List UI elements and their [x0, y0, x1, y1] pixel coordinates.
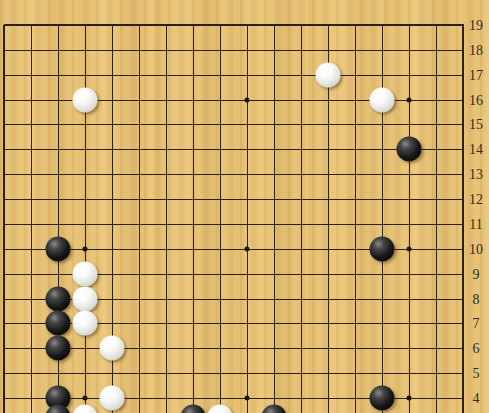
row-label-10: 10: [469, 242, 483, 258]
row-label-4: 4: [473, 391, 480, 407]
grid-line-horizontal: [4, 75, 464, 76]
white-stone-N17[interactable]: [316, 62, 341, 87]
white-stone-D3[interactable]: [73, 405, 98, 413]
row-label-5: 5: [473, 366, 480, 382]
grid-line-horizontal: [4, 50, 464, 51]
grid-line-vertical: [301, 25, 302, 413]
black-stone-P4[interactable]: [370, 386, 395, 411]
row-label-8: 8: [473, 292, 480, 308]
grid-line-horizontal: [4, 149, 464, 150]
grid-line-vertical: [274, 25, 275, 413]
row-label-11: 11: [469, 217, 482, 233]
grid-line-horizontal: [4, 224, 464, 225]
grid-line-vertical: [462, 25, 464, 413]
grid-line-horizontal: [4, 124, 464, 125]
black-stone-L3[interactable]: [262, 405, 287, 413]
hoshi-point-Q16: [407, 97, 412, 102]
white-stone-D7[interactable]: [73, 311, 98, 336]
hoshi-point-D10: [83, 246, 88, 251]
grid-line-vertical: [193, 25, 194, 413]
hoshi-point-Q4: [407, 396, 412, 401]
row-label-9: 9: [473, 267, 480, 283]
black-stone-C8[interactable]: [46, 286, 71, 311]
row-label-16: 16: [469, 93, 483, 109]
black-stone-C10[interactable]: [46, 236, 71, 261]
hoshi-point-K4: [245, 396, 250, 401]
white-stone-D8[interactable]: [73, 286, 98, 311]
grid-line-vertical: [31, 25, 32, 413]
grid-line-horizontal: [4, 398, 464, 399]
black-stone-Q14[interactable]: [397, 137, 422, 162]
row-label-17: 17: [469, 68, 483, 84]
black-stone-C7[interactable]: [46, 311, 71, 336]
grid-line-horizontal: [4, 174, 464, 175]
grid-line-vertical: [247, 25, 248, 413]
hoshi-point-Q10: [407, 246, 412, 251]
grid-line-horizontal: [4, 373, 464, 374]
row-label-15: 15: [469, 117, 483, 133]
black-stone-H3[interactable]: [181, 405, 206, 413]
row-label-12: 12: [469, 192, 483, 208]
row-label-19: 19: [469, 18, 483, 34]
grid-line-vertical: [139, 25, 140, 413]
row-label-18: 18: [469, 43, 483, 59]
grid-line-vertical: [382, 25, 383, 413]
grid-line-vertical: [409, 25, 410, 413]
white-stone-P16[interactable]: [370, 87, 395, 112]
grid-line-horizontal: [4, 249, 464, 250]
grid-line-vertical: [3, 25, 5, 413]
white-stone-E4[interactable]: [100, 386, 125, 411]
grid-line-vertical: [436, 25, 437, 413]
black-stone-C6[interactable]: [46, 336, 71, 361]
grid-line-horizontal: [4, 24, 464, 26]
hoshi-point-K10: [245, 246, 250, 251]
grid-line-vertical: [355, 25, 356, 413]
grid-line-vertical: [220, 25, 221, 413]
white-stone-D16[interactable]: [73, 87, 98, 112]
row-label-6: 6: [473, 341, 480, 357]
row-label-13: 13: [469, 167, 483, 183]
grid-line-vertical: [85, 25, 86, 413]
grid-line-horizontal: [4, 199, 464, 200]
hoshi-point-K16: [245, 97, 250, 102]
white-stone-D9[interactable]: [73, 261, 98, 286]
row-label-14: 14: [469, 142, 483, 158]
row-label-7: 7: [473, 316, 480, 332]
white-stone-E6[interactable]: [100, 336, 125, 361]
black-stone-P10[interactable]: [370, 236, 395, 261]
hoshi-point-D4: [83, 396, 88, 401]
grid-line-vertical: [166, 25, 167, 413]
grid-line-horizontal: [4, 348, 464, 349]
go-board[interactable]: 19181716151413121110987654: [0, 0, 489, 413]
white-stone-J3[interactable]: [208, 405, 233, 413]
